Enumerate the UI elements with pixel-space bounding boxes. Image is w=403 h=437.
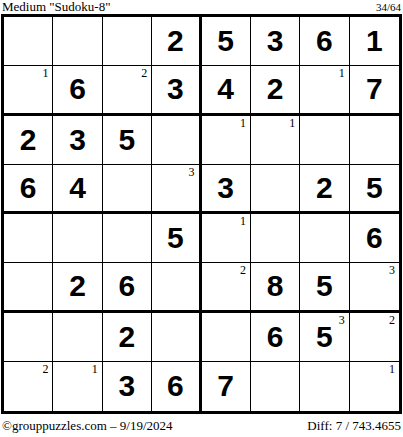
cell-r1c4[interactable]: 2	[152, 17, 201, 66]
pencil-mark: 2	[240, 264, 246, 277]
cell-r1c1[interactable]	[4, 17, 53, 66]
cell-r7c5[interactable]	[202, 313, 251, 362]
cell-r2c3[interactable]: 2	[103, 66, 152, 115]
cell-r8c8[interactable]: 1	[350, 362, 399, 411]
given-digit: 5	[366, 173, 383, 203]
copyright-date: ©grouppuzzles.com – 9/19/2024	[2, 419, 173, 432]
cell-r6c2[interactable]: 2	[53, 263, 102, 312]
difficulty-rating: Diff: 7 / 743.4655	[307, 419, 401, 432]
given-digit: 2	[119, 322, 136, 352]
cell-r6c6[interactable]: 8	[251, 263, 300, 312]
cell-r6c1[interactable]	[4, 263, 53, 312]
pencil-mark: 3	[339, 314, 345, 327]
cell-r2c2[interactable]: 6	[53, 66, 102, 115]
given-digit: 6	[119, 271, 136, 301]
cell-r4c8[interactable]: 5	[350, 165, 399, 214]
cell-r3c3[interactable]: 5	[103, 116, 152, 165]
cell-r8c7[interactable]	[300, 362, 349, 411]
puzzle-page: Medium "Sudoku-8" 34/64 2536116234217235…	[0, 0, 403, 437]
cell-r5c2[interactable]	[53, 214, 102, 263]
cell-r2c4[interactable]: 3	[152, 66, 201, 115]
puzzle-counter: 34/64	[376, 2, 401, 13]
given-digit: 3	[267, 26, 284, 56]
cell-r5c8[interactable]: 6	[350, 214, 399, 263]
given-digit: 2	[167, 26, 184, 56]
given-digit: 4	[217, 74, 234, 104]
cell-r7c4[interactable]	[152, 313, 201, 362]
cell-r5c3[interactable]	[103, 214, 152, 263]
given-digit: 7	[217, 371, 234, 401]
cell-r6c3[interactable]: 6	[103, 263, 152, 312]
pencil-mark: 2	[42, 363, 48, 376]
cell-r1c3[interactable]	[103, 17, 152, 66]
pencil-mark: 1	[389, 363, 395, 376]
given-digit: 3	[69, 125, 86, 155]
cell-r4c5[interactable]: 3	[202, 165, 251, 214]
cell-r3c4[interactable]	[152, 116, 201, 165]
cell-r1c2[interactable]	[53, 17, 102, 66]
footer: ©grouppuzzles.com – 9/19/2024 Diff: 7 / …	[0, 414, 403, 437]
cell-r4c3[interactable]	[103, 165, 152, 214]
cell-r6c7[interactable]: 5	[300, 263, 349, 312]
cell-r6c4[interactable]	[152, 263, 201, 312]
cell-r5c6[interactable]	[251, 214, 300, 263]
cell-r3c5[interactable]: 1	[202, 116, 251, 165]
cell-r2c5[interactable]: 4	[202, 66, 251, 115]
given-digit: 6	[20, 173, 37, 203]
pencil-mark: 3	[189, 166, 195, 179]
cell-r3c6[interactable]: 1	[251, 116, 300, 165]
cell-r1c8[interactable]: 1	[350, 17, 399, 66]
pencil-mark: 1	[42, 67, 48, 80]
cell-r8c5[interactable]: 7	[202, 362, 251, 411]
cell-r3c7[interactable]	[300, 116, 349, 165]
given-digit: 6	[267, 322, 284, 352]
cell-r1c6[interactable]: 3	[251, 17, 300, 66]
given-digit: 6	[316, 26, 333, 56]
given-digit: 5	[316, 271, 333, 301]
cell-r6c8[interactable]: 3	[350, 263, 399, 312]
cell-r3c1[interactable]: 2	[4, 116, 53, 165]
cell-r7c6[interactable]: 6	[251, 313, 300, 362]
cell-r7c2[interactable]	[53, 313, 102, 362]
given-digit: 6	[69, 74, 86, 104]
cell-r5c4[interactable]: 5	[152, 214, 201, 263]
given-digit: 7	[366, 74, 383, 104]
pencil-mark: 3	[389, 264, 395, 277]
given-digit: 5	[167, 223, 184, 253]
cell-r8c1[interactable]: 2	[4, 362, 53, 411]
given-digit: 2	[69, 271, 86, 301]
cell-r3c2[interactable]: 3	[53, 116, 102, 165]
cell-r6c5[interactable]: 2	[202, 263, 251, 312]
cell-r4c4[interactable]: 3	[152, 165, 201, 214]
given-digit: 5	[119, 125, 136, 155]
given-digit: 5	[217, 26, 234, 56]
cell-r5c7[interactable]	[300, 214, 349, 263]
cell-r1c7[interactable]: 6	[300, 17, 349, 66]
cell-r8c6[interactable]	[251, 362, 300, 411]
cell-r5c5[interactable]: 1	[202, 214, 251, 263]
cell-r7c7[interactable]: 53	[300, 313, 349, 362]
cell-r8c3[interactable]: 3	[103, 362, 152, 411]
given-digit: 5	[316, 322, 333, 352]
header: Medium "Sudoku-8" 34/64	[0, 0, 403, 14]
puzzle-title: Medium "Sudoku-8"	[2, 0, 110, 13]
cell-r8c2[interactable]: 1	[53, 362, 102, 411]
cell-r4c6[interactable]	[251, 165, 300, 214]
board: 2536116234217235116433255162628532653221…	[1, 14, 402, 414]
cell-r2c7[interactable]: 1	[300, 66, 349, 115]
given-digit: 3	[119, 371, 136, 401]
given-digit: 1	[366, 26, 383, 56]
given-digit: 2	[267, 74, 284, 104]
given-digit: 6	[366, 223, 383, 253]
pencil-mark: 2	[389, 314, 395, 327]
pencil-mark: 1	[92, 363, 98, 376]
cell-r5c1[interactable]	[4, 214, 53, 263]
cell-r8c4[interactable]: 6	[152, 362, 201, 411]
cell-r3c8[interactable]	[350, 116, 399, 165]
given-digit: 8	[267, 271, 284, 301]
given-digit: 4	[69, 173, 86, 203]
cell-r7c3[interactable]: 2	[103, 313, 152, 362]
cell-r2c8[interactable]: 7	[350, 66, 399, 115]
pencil-mark: 1	[240, 215, 246, 228]
cell-r7c1[interactable]	[4, 313, 53, 362]
cell-r1c5[interactable]: 5	[202, 17, 251, 66]
pencil-mark: 1	[339, 67, 345, 80]
pencil-mark: 2	[141, 67, 147, 80]
pencil-mark: 1	[240, 117, 246, 130]
given-digit: 2	[20, 125, 37, 155]
cell-r2c6[interactable]: 2	[251, 66, 300, 115]
cell-r4c1[interactable]: 6	[4, 165, 53, 214]
given-digit: 3	[217, 173, 234, 203]
cell-r2c1[interactable]: 1	[4, 66, 53, 115]
cell-r4c7[interactable]: 2	[300, 165, 349, 214]
cell-r4c2[interactable]: 4	[53, 165, 102, 214]
given-digit: 6	[167, 371, 184, 401]
pencil-mark: 1	[289, 117, 295, 130]
given-digit: 2	[316, 173, 333, 203]
given-digit: 3	[167, 74, 184, 104]
cell-r7c8[interactable]: 2	[350, 313, 399, 362]
